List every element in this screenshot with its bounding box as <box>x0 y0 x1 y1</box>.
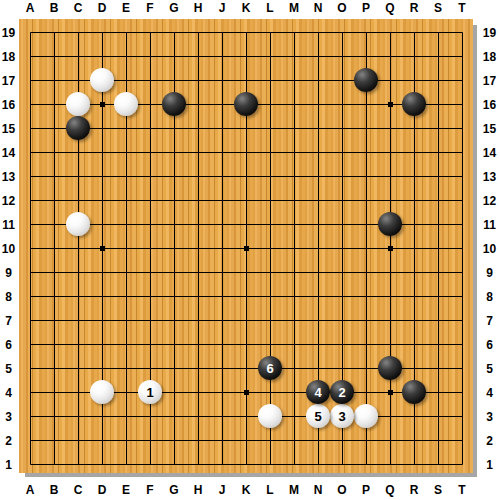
col-label-top-C: C <box>66 0 90 16</box>
move-6-stone-black-L5[interactable]: 6 <box>258 356 282 380</box>
row-label-right-6: 6 <box>481 333 498 357</box>
move-number-label: 6 <box>266 362 273 375</box>
row-label-left-12: 12 <box>0 189 17 213</box>
col-label-bottom-E: E <box>114 482 138 498</box>
col-label-top-M: M <box>282 0 306 16</box>
col-label-bottom-Q: Q <box>378 482 402 498</box>
stone-black-K16[interactable] <box>234 92 258 116</box>
col-label-top-B: B <box>42 0 66 16</box>
row-label-right-11: 11 <box>481 213 498 237</box>
move-1-stone-white-F4[interactable]: 1 <box>138 380 162 404</box>
col-label-bottom-N: N <box>306 482 330 498</box>
row-label-right-5: 5 <box>481 357 498 381</box>
move-2-stone-black-O4[interactable]: 2 <box>330 380 354 404</box>
row-label-left-4: 4 <box>0 381 17 405</box>
col-label-bottom-G: G <box>162 482 186 498</box>
col-label-top-J: J <box>210 0 234 16</box>
row-label-left-10: 10 <box>0 237 17 261</box>
stone-white-E16[interactable] <box>114 92 138 116</box>
row-labels-left: 19181716151413121110987654321 <box>0 21 17 477</box>
stone-black-P17[interactable] <box>354 68 378 92</box>
col-label-top-S: S <box>426 0 450 16</box>
col-label-bottom-O: O <box>330 482 354 498</box>
row-label-left-16: 16 <box>0 93 17 117</box>
col-label-bottom-C: C <box>66 482 90 498</box>
column-labels-bottom: ABCDEFGHJKLMNOPQRST <box>18 482 474 498</box>
col-label-top-E: E <box>114 0 138 16</box>
stone-white-C16[interactable] <box>66 92 90 116</box>
col-label-bottom-J: J <box>210 482 234 498</box>
row-label-left-3: 3 <box>0 405 17 429</box>
row-label-right-15: 15 <box>481 117 498 141</box>
col-label-top-T: T <box>450 0 474 16</box>
stone-white-C11[interactable] <box>66 212 90 236</box>
row-label-left-7: 7 <box>0 309 17 333</box>
stone-white-D4[interactable] <box>90 380 114 404</box>
row-label-right-4: 4 <box>481 381 498 405</box>
col-label-top-F: F <box>138 0 162 16</box>
stone-black-G16[interactable] <box>162 92 186 116</box>
col-label-top-L: L <box>258 0 282 16</box>
row-label-right-2: 2 <box>481 429 498 453</box>
col-label-bottom-M: M <box>282 482 306 498</box>
stone-black-Q11[interactable] <box>378 212 402 236</box>
col-label-bottom-A: A <box>18 482 42 498</box>
col-label-bottom-L: L <box>258 482 282 498</box>
row-label-left-13: 13 <box>0 165 17 189</box>
row-label-left-5: 5 <box>0 357 17 381</box>
row-label-left-11: 11 <box>0 213 17 237</box>
move-number-label: 5 <box>314 410 321 423</box>
stone-white-D17[interactable] <box>90 68 114 92</box>
col-label-top-A: A <box>18 0 42 16</box>
move-number-label: 2 <box>338 386 345 399</box>
move-number-label: 4 <box>314 386 321 399</box>
move-3-stone-white-O3[interactable]: 3 <box>330 404 354 428</box>
row-label-right-16: 16 <box>481 93 498 117</box>
row-label-right-9: 9 <box>481 261 498 285</box>
stone-black-R4[interactable] <box>402 380 426 404</box>
row-label-left-9: 9 <box>0 261 17 285</box>
stone-black-Q5[interactable] <box>378 356 402 380</box>
row-label-left-18: 18 <box>0 45 17 69</box>
col-label-bottom-B: B <box>42 482 66 498</box>
move-number-label: 1 <box>146 386 153 399</box>
move-5-stone-white-N3[interactable]: 5 <box>306 404 330 428</box>
col-label-top-H: H <box>186 0 210 16</box>
col-label-top-O: O <box>330 0 354 16</box>
stone-black-R16[interactable] <box>402 92 426 116</box>
row-label-right-19: 19 <box>481 21 498 45</box>
row-label-left-17: 17 <box>0 69 17 93</box>
row-label-left-14: 14 <box>0 141 17 165</box>
move-4-stone-black-N4[interactable]: 4 <box>306 380 330 404</box>
row-label-right-12: 12 <box>481 189 498 213</box>
row-label-left-1: 1 <box>0 453 17 477</box>
row-label-right-3: 3 <box>481 405 498 429</box>
row-label-left-8: 8 <box>0 285 17 309</box>
row-label-right-10: 10 <box>481 237 498 261</box>
col-label-bottom-P: P <box>354 482 378 498</box>
row-label-left-2: 2 <box>0 429 17 453</box>
stone-white-L3[interactable] <box>258 404 282 428</box>
col-label-top-R: R <box>402 0 426 16</box>
row-label-right-17: 17 <box>481 69 498 93</box>
col-label-bottom-R: R <box>402 482 426 498</box>
col-label-bottom-K: K <box>234 482 258 498</box>
col-label-bottom-S: S <box>426 482 450 498</box>
col-label-top-K: K <box>234 0 258 16</box>
move-number-label: 3 <box>338 410 345 423</box>
col-label-bottom-F: F <box>138 482 162 498</box>
row-label-right-18: 18 <box>481 45 498 69</box>
row-label-right-13: 13 <box>481 165 498 189</box>
stones-layer: 135246 <box>18 20 474 476</box>
go-board[interactable]: 135246 <box>19 19 473 473</box>
row-label-left-6: 6 <box>0 333 17 357</box>
row-label-left-19: 19 <box>0 21 17 45</box>
row-label-right-1: 1 <box>481 453 498 477</box>
stone-black-C15[interactable] <box>66 116 90 140</box>
col-label-top-N: N <box>306 0 330 16</box>
row-label-right-7: 7 <box>481 309 498 333</box>
col-label-top-G: G <box>162 0 186 16</box>
row-label-right-8: 8 <box>481 285 498 309</box>
col-label-top-D: D <box>90 0 114 16</box>
col-label-bottom-T: T <box>450 482 474 498</box>
go-diagram: ABCDEFGHJKLMNOPQRST ABCDEFGHJKLMNOPQRST … <box>0 0 500 500</box>
stone-white-P3[interactable] <box>354 404 378 428</box>
col-label-bottom-H: H <box>186 482 210 498</box>
row-label-left-15: 15 <box>0 117 17 141</box>
row-labels-right: 19181716151413121110987654321 <box>481 21 498 477</box>
row-label-right-14: 14 <box>481 141 498 165</box>
col-label-top-P: P <box>354 0 378 16</box>
column-labels-top: ABCDEFGHJKLMNOPQRST <box>18 0 474 16</box>
col-label-bottom-D: D <box>90 482 114 498</box>
col-label-top-Q: Q <box>378 0 402 16</box>
